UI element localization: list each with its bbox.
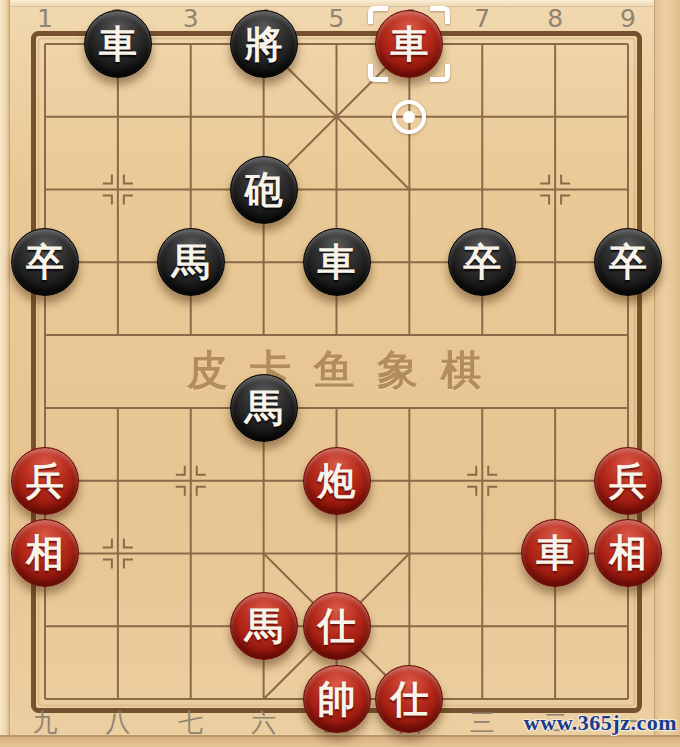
- piece-black-soldier[interactable]: 卒: [448, 228, 516, 296]
- piece-red-horse[interactable]: 馬: [230, 592, 298, 660]
- piece-red-advisor[interactable]: 仕: [375, 665, 443, 733]
- piece-glyph: 仕: [390, 680, 428, 718]
- piece-black-soldier[interactable]: 卒: [594, 228, 662, 296]
- piece-black-chariot[interactable]: 車: [84, 10, 152, 78]
- file-label-bottom: 七: [178, 710, 203, 735]
- piece-black-horse[interactable]: 馬: [157, 228, 225, 296]
- piece-red-soldier[interactable]: 兵: [594, 447, 662, 515]
- piece-glyph: 車: [536, 534, 574, 572]
- file-label-bottom: 三: [470, 710, 495, 735]
- file-label-top-7: 7: [474, 6, 490, 31]
- river-text: 皮: [187, 343, 228, 398]
- piece-red-cannon[interactable]: 炮: [303, 447, 371, 515]
- file-label-top-3: 3: [183, 6, 199, 31]
- piece-glyph: 相: [609, 534, 647, 572]
- piece-glyph: 馬: [245, 607, 283, 645]
- piece-red-elephant[interactable]: 相: [11, 519, 79, 587]
- move-origin-marker: [392, 100, 426, 134]
- piece-glyph: 兵: [26, 462, 64, 500]
- river-text: 象: [377, 343, 418, 398]
- file-label-bottom: 九: [33, 710, 58, 735]
- file-label-top-5: 5: [329, 6, 345, 31]
- file-label-top-9: 9: [620, 6, 636, 31]
- piece-glyph: 炮: [318, 462, 356, 500]
- piece-glyph: 相: [26, 534, 64, 572]
- piece-glyph: 將: [245, 25, 283, 63]
- piece-black-cannon[interactable]: 砲: [230, 156, 298, 224]
- river-text: 棋: [441, 343, 482, 398]
- file-label-top-8: 8: [547, 6, 563, 31]
- file-label-top-1: 1: [37, 6, 53, 31]
- piece-red-elephant[interactable]: 相: [594, 519, 662, 587]
- river-text: 鱼: [314, 343, 355, 398]
- piece-red-chariot[interactable]: 車: [375, 10, 443, 78]
- piece-glyph: 馬: [172, 243, 210, 281]
- piece-black-chariot[interactable]: 車: [303, 228, 371, 296]
- piece-glyph: 砲: [245, 171, 283, 209]
- piece-glyph: 馬: [245, 389, 283, 427]
- piece-red-general[interactable]: 帥: [303, 665, 371, 733]
- piece-black-general[interactable]: 將: [230, 10, 298, 78]
- piece-glyph: 兵: [609, 462, 647, 500]
- piece-glyph: 卒: [26, 243, 64, 281]
- piece-glyph: 仕: [318, 607, 356, 645]
- piece-glyph: 車: [390, 25, 428, 63]
- piece-black-soldier[interactable]: 卒: [11, 228, 79, 296]
- piece-glyph: 帥: [318, 680, 356, 718]
- piece-glyph: 車: [318, 243, 356, 281]
- piece-red-advisor[interactable]: 仕: [303, 592, 371, 660]
- file-label-bottom: 八: [105, 710, 130, 735]
- file-label-bottom: 六: [251, 710, 276, 735]
- piece-glyph: 車: [99, 25, 137, 63]
- piece-red-chariot[interactable]: 車: [521, 519, 589, 587]
- site-watermark: www.365jz.com: [524, 710, 677, 736]
- piece-red-soldier[interactable]: 兵: [11, 447, 79, 515]
- piece-black-horse[interactable]: 馬: [230, 374, 298, 442]
- piece-glyph: 卒: [463, 243, 501, 281]
- piece-glyph: 卒: [609, 243, 647, 281]
